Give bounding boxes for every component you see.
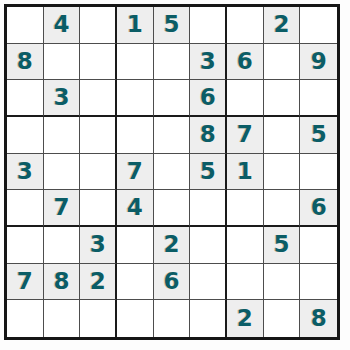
cell-r7c8[interactable]: 5 [264, 227, 301, 264]
cell-r1c1[interactable] [7, 7, 44, 44]
cell-r8c5[interactable]: 6 [154, 264, 191, 301]
cell-r6c2[interactable]: 7 [44, 190, 81, 227]
cell-r3c4[interactable] [117, 80, 154, 117]
cell-r6c6[interactable] [190, 190, 227, 227]
cell-r7c9[interactable] [300, 227, 337, 264]
cell-r7c4[interactable] [117, 227, 154, 264]
cell-r7c7[interactable] [227, 227, 264, 264]
cell-r3c7[interactable] [227, 80, 264, 117]
cell-r6c1[interactable] [7, 190, 44, 227]
cell-r5c2[interactable] [44, 154, 81, 191]
cell-r4c1[interactable] [7, 117, 44, 154]
cell-r7c2[interactable] [44, 227, 81, 264]
cell-r1c5[interactable]: 5 [154, 7, 191, 44]
cell-r2c4[interactable] [117, 44, 154, 81]
cell-r1c6[interactable] [190, 7, 227, 44]
cell-r9c5[interactable] [154, 300, 191, 337]
cell-r1c8[interactable]: 2 [264, 7, 301, 44]
cell-r8c2[interactable]: 8 [44, 264, 81, 301]
cell-r7c6[interactable] [190, 227, 227, 264]
cell-r3c6[interactable]: 6 [190, 80, 227, 117]
cell-r4c9[interactable]: 5 [300, 117, 337, 154]
cell-r6c4[interactable]: 4 [117, 190, 154, 227]
cell-r1c2[interactable]: 4 [44, 7, 81, 44]
cell-r8c1[interactable]: 7 [7, 264, 44, 301]
cell-r2c2[interactable] [44, 44, 81, 81]
cell-r5c1[interactable]: 3 [7, 154, 44, 191]
cell-r4c8[interactable] [264, 117, 301, 154]
cell-r9c8[interactable] [264, 300, 301, 337]
cell-r6c8[interactable] [264, 190, 301, 227]
cell-r6c5[interactable] [154, 190, 191, 227]
cell-r9c7[interactable]: 2 [227, 300, 264, 337]
cell-r4c7[interactable]: 7 [227, 117, 264, 154]
cell-r2c3[interactable] [80, 44, 117, 81]
cell-r3c3[interactable] [80, 80, 117, 117]
cell-r5c5[interactable] [154, 154, 191, 191]
cell-r2c1[interactable]: 8 [7, 44, 44, 81]
sudoku-page: 41528369368753751746325782628 [0, 0, 350, 350]
cell-r7c5[interactable]: 2 [154, 227, 191, 264]
cell-r6c9[interactable]: 6 [300, 190, 337, 227]
cell-r1c9[interactable] [300, 7, 337, 44]
cell-r3c2[interactable]: 3 [44, 80, 81, 117]
cell-r7c1[interactable] [7, 227, 44, 264]
cell-r8c9[interactable] [300, 264, 337, 301]
cell-r8c8[interactable] [264, 264, 301, 301]
cell-r5c9[interactable] [300, 154, 337, 191]
cell-r1c4[interactable]: 1 [117, 7, 154, 44]
cell-r2c5[interactable] [154, 44, 191, 81]
cell-r3c5[interactable] [154, 80, 191, 117]
cell-r8c4[interactable] [117, 264, 154, 301]
cell-r5c6[interactable]: 5 [190, 154, 227, 191]
cell-r3c9[interactable] [300, 80, 337, 117]
cell-r9c9[interactable]: 8 [300, 300, 337, 337]
cell-r9c3[interactable] [80, 300, 117, 337]
cell-r4c4[interactable] [117, 117, 154, 154]
cell-r3c8[interactable] [264, 80, 301, 117]
cell-r9c6[interactable] [190, 300, 227, 337]
cell-r2c9[interactable]: 9 [300, 44, 337, 81]
cell-r4c6[interactable]: 8 [190, 117, 227, 154]
cell-r2c6[interactable]: 3 [190, 44, 227, 81]
cell-r9c2[interactable] [44, 300, 81, 337]
cell-r9c1[interactable] [7, 300, 44, 337]
cell-r3c1[interactable] [7, 80, 44, 117]
cell-r2c8[interactable] [264, 44, 301, 81]
cell-r5c4[interactable]: 7 [117, 154, 154, 191]
cell-r7c3[interactable]: 3 [80, 227, 117, 264]
cell-r9c4[interactable] [117, 300, 154, 337]
cell-r4c2[interactable] [44, 117, 81, 154]
cell-r4c5[interactable] [154, 117, 191, 154]
cell-r6c7[interactable] [227, 190, 264, 227]
cell-r5c7[interactable]: 1 [227, 154, 264, 191]
cell-r2c7[interactable]: 6 [227, 44, 264, 81]
cell-r1c3[interactable] [80, 7, 117, 44]
cell-r6c3[interactable] [80, 190, 117, 227]
sudoku-board: 41528369368753751746325782628 [4, 4, 340, 340]
cell-r8c6[interactable] [190, 264, 227, 301]
cell-r8c7[interactable] [227, 264, 264, 301]
cell-r5c3[interactable] [80, 154, 117, 191]
cell-r8c3[interactable]: 2 [80, 264, 117, 301]
cell-r4c3[interactable] [80, 117, 117, 154]
cell-r5c8[interactable] [264, 154, 301, 191]
cell-r1c7[interactable] [227, 7, 264, 44]
